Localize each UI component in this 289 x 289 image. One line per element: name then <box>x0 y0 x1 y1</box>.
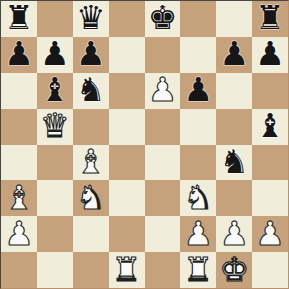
piece-white-queen[interactable]: ♛ <box>40 109 70 142</box>
piece-white-pawn[interactable]: ♟ <box>255 217 285 250</box>
square-h8[interactable]: ♜ <box>252 1 288 37</box>
piece-white-king[interactable]: ♚ <box>219 253 249 286</box>
square-a2[interactable]: ♟ <box>1 216 37 252</box>
square-g7[interactable]: ♟ <box>216 37 252 73</box>
square-f6[interactable]: ♟ <box>180 73 216 109</box>
square-g3[interactable] <box>216 180 252 216</box>
square-a1[interactable] <box>1 252 37 288</box>
piece-white-pawn[interactable]: ♟ <box>148 73 178 106</box>
square-e8[interactable]: ♚ <box>145 1 181 37</box>
square-d7[interactable] <box>109 37 145 73</box>
piece-white-rook[interactable]: ♜ <box>184 253 214 286</box>
piece-black-pawn[interactable]: ♟ <box>255 37 285 70</box>
piece-white-rook[interactable]: ♜ <box>112 253 142 286</box>
piece-black-king[interactable]: ♚ <box>148 1 178 34</box>
square-f1[interactable]: ♜ <box>180 252 216 288</box>
square-c5[interactable] <box>73 109 109 145</box>
square-a8[interactable]: ♜ <box>1 1 37 37</box>
piece-black-rook[interactable]: ♜ <box>4 1 34 34</box>
square-e7[interactable] <box>145 37 181 73</box>
square-b4[interactable] <box>37 145 73 181</box>
chess-board: ♜♛♚♜♟♟♟♟♟♝♞♟♟♛♝♝♞♝♞♞♟♟♟♟♜♜♚ <box>0 0 289 289</box>
square-g6[interactable] <box>216 73 252 109</box>
square-h6[interactable] <box>252 73 288 109</box>
square-e6[interactable]: ♟ <box>145 73 181 109</box>
square-c1[interactable] <box>73 252 109 288</box>
piece-white-pawn[interactable]: ♟ <box>219 217 249 250</box>
piece-white-bishop[interactable]: ♝ <box>4 181 34 214</box>
square-b1[interactable] <box>37 252 73 288</box>
square-a7[interactable]: ♟ <box>1 37 37 73</box>
piece-black-pawn[interactable]: ♟ <box>4 37 34 70</box>
square-c3[interactable]: ♞ <box>73 180 109 216</box>
piece-white-knight[interactable]: ♞ <box>184 181 214 214</box>
square-e3[interactable] <box>145 180 181 216</box>
square-a3[interactable]: ♝ <box>1 180 37 216</box>
square-a5[interactable] <box>1 109 37 145</box>
piece-black-pawn[interactable]: ♟ <box>40 37 70 70</box>
square-h1[interactable] <box>252 252 288 288</box>
square-g2[interactable]: ♟ <box>216 216 252 252</box>
piece-black-pawn[interactable]: ♟ <box>184 73 214 106</box>
square-c7[interactable]: ♟ <box>73 37 109 73</box>
square-c4[interactable]: ♝ <box>73 145 109 181</box>
square-f8[interactable] <box>180 1 216 37</box>
piece-black-pawn[interactable]: ♟ <box>219 37 249 70</box>
square-f5[interactable] <box>180 109 216 145</box>
square-c2[interactable] <box>73 216 109 252</box>
square-e5[interactable] <box>145 109 181 145</box>
square-a6[interactable] <box>1 73 37 109</box>
square-f4[interactable] <box>180 145 216 181</box>
square-a4[interactable] <box>1 145 37 181</box>
square-f7[interactable] <box>180 37 216 73</box>
square-g1[interactable]: ♚ <box>216 252 252 288</box>
piece-white-pawn[interactable]: ♟ <box>4 217 34 250</box>
piece-black-rook[interactable]: ♜ <box>255 1 285 34</box>
square-d2[interactable] <box>109 216 145 252</box>
square-h2[interactable]: ♟ <box>252 216 288 252</box>
square-f3[interactable]: ♞ <box>180 180 216 216</box>
square-h3[interactable] <box>252 180 288 216</box>
square-f2[interactable]: ♟ <box>180 216 216 252</box>
square-h5[interactable]: ♝ <box>252 109 288 145</box>
piece-black-knight[interactable]: ♞ <box>76 73 106 106</box>
piece-black-pawn[interactable]: ♟ <box>76 37 106 70</box>
piece-black-bishop[interactable]: ♝ <box>255 109 285 142</box>
square-h7[interactable]: ♟ <box>252 37 288 73</box>
square-c6[interactable]: ♞ <box>73 73 109 109</box>
square-b3[interactable] <box>37 180 73 216</box>
square-b6[interactable]: ♝ <box>37 73 73 109</box>
square-g4[interactable]: ♞ <box>216 145 252 181</box>
square-g5[interactable] <box>216 109 252 145</box>
square-d1[interactable]: ♜ <box>109 252 145 288</box>
piece-black-queen[interactable]: ♛ <box>76 1 106 34</box>
square-e1[interactable] <box>145 252 181 288</box>
square-c8[interactable]: ♛ <box>73 1 109 37</box>
square-b2[interactable] <box>37 216 73 252</box>
square-d3[interactable] <box>109 180 145 216</box>
square-d8[interactable] <box>109 1 145 37</box>
square-d6[interactable] <box>109 73 145 109</box>
piece-white-bishop[interactable]: ♝ <box>76 145 106 178</box>
piece-white-knight[interactable]: ♞ <box>76 181 106 214</box>
piece-black-knight[interactable]: ♞ <box>219 145 249 178</box>
piece-white-pawn[interactable]: ♟ <box>184 217 214 250</box>
piece-black-bishop[interactable]: ♝ <box>40 73 70 106</box>
square-b5[interactable]: ♛ <box>37 109 73 145</box>
square-b7[interactable]: ♟ <box>37 37 73 73</box>
square-e4[interactable] <box>145 145 181 181</box>
square-h4[interactable] <box>252 145 288 181</box>
square-d4[interactable] <box>109 145 145 181</box>
square-g8[interactable] <box>216 1 252 37</box>
square-d5[interactable] <box>109 109 145 145</box>
square-e2[interactable] <box>145 216 181 252</box>
square-b8[interactable] <box>37 1 73 37</box>
